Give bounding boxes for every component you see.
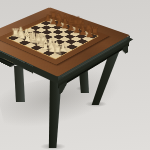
photo-scene: ♜♞♝♛♚♝♞♜♟♟♟♟♟♟♟♟♟♟♟♟♟♟♟♟♜♞♝♛♚♝♞♜ <box>0 0 150 150</box>
white-rook: ♜ <box>53 44 62 56</box>
black-pawn: ♟ <box>85 29 93 39</box>
